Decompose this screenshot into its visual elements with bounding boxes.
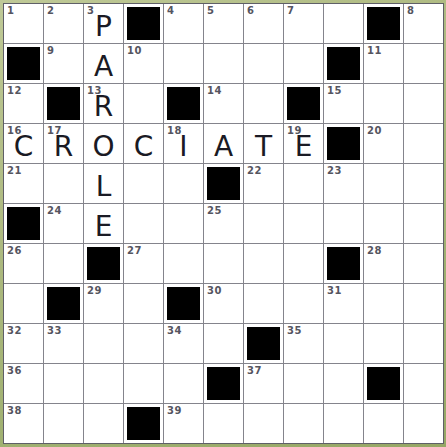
black-cell [204,364,243,403]
black-square [367,367,400,400]
black-cell [204,164,243,203]
white-cell[interactable]: 24 [44,204,83,243]
white-cell[interactable] [364,324,403,363]
white-cell[interactable] [124,324,163,363]
cell-letter: T [255,133,272,161]
clue-number: 12 [7,84,22,98]
clue-number: 1 [7,4,14,18]
white-cell[interactable]: 21 [4,164,43,203]
clue-number: 10 [127,44,142,58]
clue-number: 26 [7,244,22,258]
clue-number: 29 [87,284,102,298]
white-cell[interactable] [84,324,123,363]
black-cell [324,244,363,283]
clue-number: 23 [327,164,342,178]
crossword-grid: 123P456789A10111213R141516C17ROC18IAT19E… [3,3,444,444]
black-square [327,247,360,280]
white-cell[interactable] [204,44,243,83]
clue-number: 28 [367,244,382,258]
clue-number: 15 [327,84,342,98]
clue-number: 24 [47,204,62,218]
white-cell[interactable] [324,4,363,43]
white-cell[interactable]: 27 [124,244,163,283]
white-cell[interactable] [404,324,443,363]
cell-letter: L [96,173,112,201]
black-cell [44,84,83,123]
white-cell[interactable]: 7 [284,4,323,43]
white-cell[interactable] [244,44,283,83]
black-cell [124,4,163,43]
clue-number: 2 [47,4,54,18]
white-cell[interactable] [124,84,163,123]
white-cell[interactable]: 39 [164,404,203,443]
clue-number: 27 [127,244,142,258]
black-square [47,287,80,320]
white-cell[interactable] [364,404,403,443]
clue-number: 7 [287,4,294,18]
clue-number: 37 [247,364,262,378]
white-cell[interactable]: E [84,204,123,243]
white-cell[interactable] [284,44,323,83]
clue-number: 25 [207,204,222,218]
white-cell[interactable] [284,284,323,323]
white-cell[interactable] [404,404,443,443]
black-square [327,127,360,160]
white-cell[interactable]: 9 [44,44,83,83]
clue-number: 22 [247,164,262,178]
white-cell[interactable]: 1 [4,4,43,43]
white-cell[interactable] [84,404,123,443]
white-cell[interactable]: 32 [4,324,43,363]
clue-number: 34 [167,324,182,338]
black-square [287,87,320,120]
white-cell[interactable] [364,204,403,243]
black-cell [164,84,203,123]
clue-number: 20 [367,124,382,138]
white-cell[interactable] [244,404,283,443]
white-cell[interactable]: C [124,124,163,163]
white-cell[interactable] [404,124,443,163]
clue-number: 33 [47,324,62,338]
black-cell [364,364,403,403]
cell-letter: E [95,213,113,241]
black-cell [244,324,283,363]
clue-number: 32 [7,324,22,338]
white-cell[interactable]: A [204,124,243,163]
white-cell[interactable]: 6 [244,4,283,43]
white-cell[interactable] [164,164,203,203]
white-cell[interactable]: 38 [4,404,43,443]
black-cell [284,84,323,123]
white-cell[interactable] [164,204,203,243]
black-square [127,407,160,440]
white-cell[interactable] [364,284,403,323]
white-cell[interactable]: T [244,124,283,163]
white-cell[interactable]: A [84,44,123,83]
black-cell [4,44,43,83]
white-cell[interactable]: 14 [204,84,243,123]
white-cell[interactable] [44,164,83,203]
white-cell[interactable] [404,244,443,283]
clue-number: 14 [207,84,222,98]
black-square [7,47,40,80]
white-cell[interactable] [364,84,403,123]
clue-number: 39 [167,404,182,418]
black-cell [44,284,83,323]
black-cell [124,404,163,443]
white-cell[interactable]: 35 [284,324,323,363]
black-square [127,7,160,40]
white-cell[interactable]: 20 [364,124,403,163]
clue-number: 30 [207,284,222,298]
white-cell[interactable]: 4 [164,4,203,43]
white-cell[interactable] [164,364,203,403]
white-cell[interactable]: 10 [124,44,163,83]
white-cell[interactable] [44,244,83,283]
white-cell[interactable]: 30 [204,284,243,323]
white-cell[interactable] [124,204,163,243]
white-cell[interactable] [244,204,283,243]
white-cell[interactable]: 17R [44,124,83,163]
white-cell[interactable] [404,204,443,243]
black-cell [324,124,363,163]
cell-letter: P [95,13,112,41]
white-cell[interactable] [284,244,323,283]
white-cell[interactable] [244,84,283,123]
clue-number: 3 [87,4,94,18]
black-square [247,327,280,360]
black-cell [324,44,363,83]
white-cell[interactable]: L [84,164,123,203]
black-square [207,167,240,200]
black-cell [84,244,123,283]
white-cell[interactable] [4,284,43,323]
black-square [207,367,240,400]
white-cell[interactable] [324,324,363,363]
white-cell[interactable] [244,244,283,283]
white-cell[interactable]: 5 [204,4,243,43]
white-cell[interactable]: 31 [324,284,363,323]
white-cell[interactable]: 23 [324,164,363,203]
black-cell [4,204,43,243]
black-square [327,47,360,80]
clue-number: 4 [167,4,174,18]
white-cell[interactable]: 12 [4,84,43,123]
white-cell[interactable] [204,244,243,283]
white-cell[interactable]: 29 [84,284,123,323]
white-cell[interactable]: 36 [4,364,43,403]
white-cell[interactable] [324,204,363,243]
white-cell[interactable] [324,404,363,443]
clue-number: 18 [167,124,182,138]
white-cell[interactable] [244,284,283,323]
white-cell[interactable] [204,324,243,363]
white-cell[interactable]: 33 [44,324,83,363]
white-cell[interactable] [404,364,443,403]
page-background: 123P456789A10111213R141516C17ROC18IAT19E… [0,0,446,447]
white-cell[interactable]: 28 [364,244,403,283]
clue-number: 11 [367,44,382,58]
white-cell[interactable] [284,364,323,403]
white-cell[interactable] [404,84,443,123]
clue-number: 6 [247,4,254,18]
white-cell[interactable] [44,364,83,403]
white-cell[interactable] [404,284,443,323]
white-cell[interactable] [284,404,323,443]
white-cell[interactable]: 8 [404,4,443,43]
black-cell [364,4,403,43]
white-cell[interactable] [124,364,163,403]
white-cell[interactable]: 15 [324,84,363,123]
black-square [167,87,200,120]
black-square [87,247,120,280]
clue-number: 8 [407,4,414,18]
black-square [7,207,40,240]
black-square [367,7,400,40]
clue-number: 38 [7,404,22,418]
clue-number: 16 [7,124,22,138]
white-cell[interactable] [364,164,403,203]
clue-number: 36 [7,364,22,378]
clue-number: 31 [327,284,342,298]
white-cell[interactable]: 16C [4,124,43,163]
white-cell[interactable] [164,244,203,283]
cell-letter: A [94,53,113,81]
clue-number: 5 [207,4,214,18]
white-cell[interactable]: 19E [284,124,323,163]
white-cell[interactable] [404,44,443,83]
white-cell[interactable]: 11 [364,44,403,83]
white-cell[interactable] [284,204,323,243]
black-square [47,87,80,120]
clue-number: 19 [287,124,302,138]
white-cell[interactable]: 37 [244,364,283,403]
white-cell[interactable]: 26 [4,244,43,283]
clue-number: 21 [7,164,22,178]
white-cell[interactable] [44,404,83,443]
cell-letter: C [134,133,154,161]
white-cell[interactable] [324,364,363,403]
white-cell[interactable] [404,164,443,203]
cell-letter: O [92,133,114,161]
white-cell[interactable]: 18I [164,124,203,163]
white-cell[interactable]: 34 [164,324,203,363]
white-cell[interactable] [84,364,123,403]
white-cell[interactable] [124,284,163,323]
black-cell [164,284,203,323]
white-cell[interactable] [164,44,203,83]
white-cell[interactable] [284,164,323,203]
white-cell[interactable] [204,404,243,443]
black-square [167,287,200,320]
white-cell[interactable] [124,164,163,203]
white-cell[interactable]: 22 [244,164,283,203]
white-cell[interactable]: 25 [204,204,243,243]
cell-letter: A [214,133,233,161]
clue-number: 9 [47,44,54,58]
white-cell[interactable]: 3P [84,4,123,43]
clue-number: 35 [287,324,302,338]
white-cell[interactable]: O [84,124,123,163]
clue-number: 17 [47,124,62,138]
clue-number: 13 [87,84,102,98]
white-cell[interactable]: 2 [44,4,83,43]
white-cell[interactable]: 13R [84,84,123,123]
